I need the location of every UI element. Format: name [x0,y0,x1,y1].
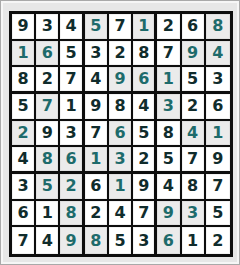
digit: 5 [187,71,198,87]
digit: 4 [187,125,198,141]
cell-r5c3[interactable]: 3 [60,121,84,148]
digit: 7 [138,205,149,221]
cell-r3c8[interactable]: 5 [182,67,206,94]
cell-r6c9[interactable]: 9 [206,147,230,174]
digit: 2 [114,45,125,61]
digit: 2 [90,205,101,221]
cell-r7c3[interactable]: 2 [60,174,84,201]
cell-r9c3[interactable]: 9 [60,227,84,254]
digit: 7 [42,98,53,114]
cell-r5c5[interactable]: 6 [109,121,133,148]
digit: 4 [212,45,223,61]
digit: 8 [65,205,76,221]
cell-r9c7[interactable]: 6 [157,227,181,254]
cell-r3c2[interactable]: 2 [36,67,60,94]
cell-r5c7[interactable]: 8 [157,121,181,148]
digit: 7 [18,233,29,249]
cell-r2c2[interactable]: 6 [36,41,60,68]
digit: 7 [163,45,174,61]
cell-r1c6[interactable]: 1 [133,14,157,41]
cell-r2c4[interactable]: 3 [85,41,109,68]
cell-r5c2[interactable]: 9 [36,121,60,148]
cell-r9c8[interactable]: 1 [182,227,206,254]
digit: 4 [18,151,29,167]
digit: 2 [42,71,53,87]
digit: 1 [90,151,101,167]
cell-r9c6[interactable]: 3 [133,227,157,254]
digit: 3 [163,98,174,114]
cell-r2c5[interactable]: 2 [109,41,133,68]
cell-r4c8[interactable]: 2 [182,94,206,121]
digit: 8 [90,233,101,249]
cell-r1c9[interactable]: 8 [206,14,230,41]
cell-r8c8[interactable]: 3 [182,201,206,228]
digit: 4 [65,18,76,34]
cell-r3c7[interactable]: 1 [157,67,181,94]
digit: 2 [212,233,223,249]
cell-r6c7[interactable]: 5 [157,147,181,174]
cell-r6c1[interactable]: 4 [12,147,36,174]
cell-r8c5[interactable]: 4 [109,201,133,228]
cell-r9c2[interactable]: 4 [36,227,60,254]
digit: 2 [163,18,174,34]
digit: 3 [138,233,149,249]
cell-r5c1[interactable]: 2 [12,121,36,148]
digit: 4 [42,233,53,249]
cell-r7c7[interactable]: 4 [157,174,181,201]
cell-r8c4[interactable]: 2 [85,201,109,228]
cell-r2c9[interactable]: 4 [206,41,230,68]
sudoku-board: 9345712681653287948274961535719843262937… [9,11,233,257]
digit: 8 [114,98,125,114]
digit: 7 [90,125,101,141]
cell-r1c8[interactable]: 6 [182,14,206,41]
digit: 3 [42,18,53,34]
cell-r3c3[interactable]: 7 [60,67,84,94]
cell-r4c2[interactable]: 7 [36,94,60,121]
digit: 9 [65,233,76,249]
cell-r3c1[interactable]: 8 [12,67,36,94]
cell-r4c7[interactable]: 3 [157,94,181,121]
cell-r1c1[interactable]: 9 [12,14,36,41]
digit: 5 [18,98,29,114]
cell-r6c5[interactable]: 3 [109,147,133,174]
digit: 5 [65,45,76,61]
cell-r3c6[interactable]: 6 [133,67,157,94]
cell-r5c9[interactable]: 1 [206,121,230,148]
digit: 7 [65,71,76,87]
digit: 4 [90,71,101,87]
page-background: 9345712681653287948274961535719843262937… [0,0,240,265]
cell-r8c6[interactable]: 7 [133,201,157,228]
digit: 9 [187,45,198,61]
digit: 8 [138,45,149,61]
digit: 6 [90,178,101,194]
cell-r3c9[interactable]: 3 [206,67,230,94]
cell-r2c3[interactable]: 5 [60,41,84,68]
cell-r8c1[interactable]: 6 [12,201,36,228]
digit: 3 [90,45,101,61]
cell-r2c7[interactable]: 7 [157,41,181,68]
digit: 1 [114,178,125,194]
digit: 3 [114,151,125,167]
digit: 3 [18,178,29,194]
digit: 4 [114,205,125,221]
digit: 9 [138,178,149,194]
digit: 6 [42,45,53,61]
digit: 6 [187,18,198,34]
cell-r8c2[interactable]: 1 [36,201,60,228]
digit: 3 [212,71,223,87]
cell-r4c5[interactable]: 8 [109,94,133,121]
cell-r7c4[interactable]: 6 [85,174,109,201]
digit: 7 [212,178,223,194]
cell-r2c8[interactable]: 9 [182,41,206,68]
digit: 6 [18,205,29,221]
digit: 8 [212,18,223,34]
digit: 9 [212,151,223,167]
digit: 9 [163,205,174,221]
cell-r8c3[interactable]: 8 [60,201,84,228]
cell-r4c9[interactable]: 6 [206,94,230,121]
digit: 5 [114,233,125,249]
cell-r4c3[interactable]: 1 [60,94,84,121]
digit: 1 [42,205,53,221]
digit: 9 [18,18,29,34]
digit: 6 [212,98,223,114]
cell-r9c9[interactable]: 2 [206,227,230,254]
cell-r7c6[interactable]: 9 [133,174,157,201]
digit: 6 [65,151,76,167]
digit: 5 [90,18,101,34]
digit: 7 [187,151,198,167]
cell-r9c4[interactable]: 8 [85,227,109,254]
cell-r8c7[interactable]: 9 [157,201,181,228]
cell-r1c2[interactable]: 3 [36,14,60,41]
digit: 3 [187,205,198,221]
cell-r5c6[interactable]: 5 [133,121,157,148]
digit: 1 [163,71,174,87]
digit: 2 [18,125,29,141]
digit: 9 [42,125,53,141]
cell-r2c1[interactable]: 1 [12,41,36,68]
digit: 5 [163,151,174,167]
digit: 2 [138,151,149,167]
cell-r9c5[interactable]: 5 [109,227,133,254]
cell-r1c3[interactable]: 4 [60,14,84,41]
cell-r5c4[interactable]: 7 [85,121,109,148]
digit: 1 [138,18,149,34]
cell-r1c7[interactable]: 2 [157,14,181,41]
digit: 2 [65,178,76,194]
digit: 5 [212,205,223,221]
digit: 4 [138,98,149,114]
digit: 5 [42,178,53,194]
digit: 8 [163,125,174,141]
digit: 3 [65,125,76,141]
cell-r3c5[interactable]: 9 [109,67,133,94]
digit: 6 [163,233,174,249]
digit: 7 [114,18,125,34]
digit: 1 [18,45,29,61]
cell-r6c3[interactable]: 6 [60,147,84,174]
digit: 9 [90,98,101,114]
digit: 6 [138,71,149,87]
digit: 1 [187,233,198,249]
cell-r7c9[interactable]: 7 [206,174,230,201]
digit: 4 [163,178,174,194]
digit: 8 [42,151,53,167]
digit: 5 [138,125,149,141]
cell-r1c4[interactable]: 5 [85,14,109,41]
cell-r3c4[interactable]: 4 [85,67,109,94]
cell-r2c6[interactable]: 8 [133,41,157,68]
digit: 1 [65,98,76,114]
cell-r7c8[interactable]: 8 [182,174,206,201]
cell-r6c8[interactable]: 7 [182,147,206,174]
digit: 8 [187,178,198,194]
cell-r4c1[interactable]: 5 [12,94,36,121]
cell-r7c1[interactable]: 3 [12,174,36,201]
digit: 1 [212,125,223,141]
digit: 8 [18,71,29,87]
cell-r5c8[interactable]: 4 [182,121,206,148]
cell-r1c5[interactable]: 7 [109,14,133,41]
cell-r6c2[interactable]: 8 [36,147,60,174]
digit: 9 [114,71,125,87]
cell-r9c1[interactable]: 7 [12,227,36,254]
cell-r7c2[interactable]: 5 [36,174,60,201]
cell-r4c4[interactable]: 9 [85,94,109,121]
cell-r4c6[interactable]: 4 [133,94,157,121]
cell-r7c5[interactable]: 1 [109,174,133,201]
cell-r6c4[interactable]: 1 [85,147,109,174]
cell-r6c6[interactable]: 2 [133,147,157,174]
digit: 6 [114,125,125,141]
cell-r8c9[interactable]: 5 [206,201,230,228]
digit: 2 [187,98,198,114]
